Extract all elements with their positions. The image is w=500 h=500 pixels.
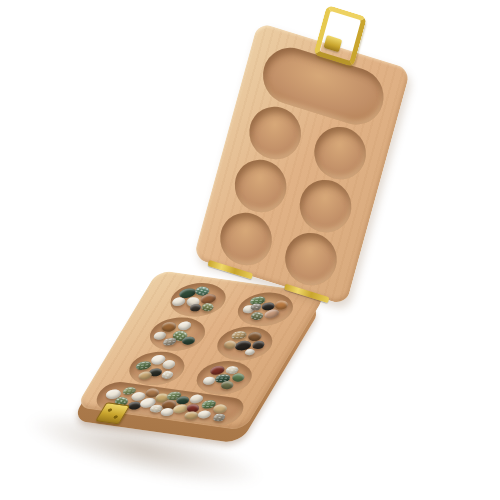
lid-pit-4 [294,173,357,239]
lid-pit-5 [214,206,277,272]
stone [170,297,187,307]
stone [249,303,263,311]
stone [137,371,153,379]
base-pit-4 [209,324,280,364]
base-pit-1 [163,280,234,320]
stone [201,376,217,385]
stone [243,348,256,355]
stone [162,337,177,346]
base-board [76,270,327,431]
lid-board [193,22,411,306]
stone [263,309,279,319]
stone [211,412,227,421]
base-pit-2 [230,289,301,329]
product-photo [0,0,500,500]
stone [249,310,266,321]
stone [230,331,248,340]
base-pit-6 [189,358,260,398]
stone [196,409,213,418]
lid-pit-1 [243,100,306,166]
lid-pit-3 [229,153,292,219]
lid-pit-6 [279,226,342,292]
base-pit-5 [121,348,192,388]
lid-pit-2 [308,120,371,186]
stone [135,361,153,371]
stone [176,321,193,331]
base-pit-3 [142,314,213,354]
stone [152,331,167,339]
stone [188,304,202,312]
